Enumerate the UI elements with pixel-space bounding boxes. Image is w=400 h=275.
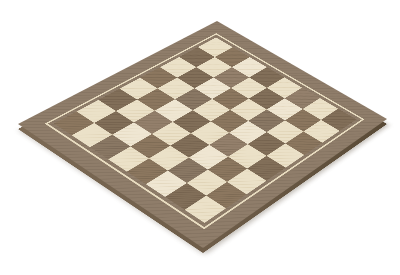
inlay-line [45, 33, 365, 229]
board-photo [0, 0, 400, 275]
board-field [54, 37, 357, 222]
board-frame [18, 21, 387, 248]
chess-board [18, 21, 387, 248]
